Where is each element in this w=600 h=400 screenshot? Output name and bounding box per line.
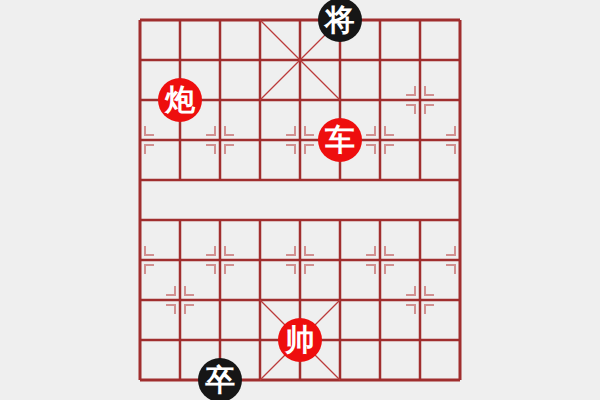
piece-black-soldier[interactable]: 卒 [198, 358, 242, 400]
pieces-grid: 将炮车帅卒 [120, 0, 480, 400]
piece-red-general[interactable]: 帅 [278, 318, 322, 362]
piece-black-general[interactable]: 将 [318, 0, 362, 42]
piece-red-cannon[interactable]: 炮 [158, 78, 202, 122]
piece-red-chariot[interactable]: 车 [318, 118, 362, 162]
xiangqi-scene: 将炮车帅卒 [0, 0, 600, 400]
